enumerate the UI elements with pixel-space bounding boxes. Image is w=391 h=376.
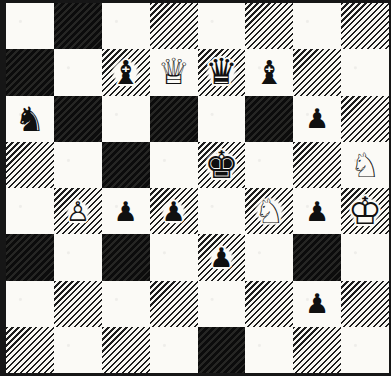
square-d2[interactable] — [150, 281, 198, 327]
square-f6[interactable] — [245, 96, 293, 142]
square-h2[interactable] — [341, 281, 389, 327]
square-e3[interactable]: ♟ — [198, 234, 246, 280]
square-g3[interactable] — [293, 234, 341, 280]
black-pawn-piece: ♟ — [305, 290, 329, 317]
square-e6[interactable] — [198, 96, 246, 142]
square-f8[interactable] — [245, 3, 293, 49]
square-f4[interactable]: ♘ — [245, 188, 293, 234]
square-e2[interactable] — [198, 281, 246, 327]
square-c1[interactable] — [102, 327, 150, 373]
black-knight-piece: ♞ — [15, 102, 45, 136]
black-pawn-piece: ♟ — [205, 243, 237, 272]
square-f5[interactable] — [245, 142, 293, 188]
black-pawn-piece: ♟ — [157, 197, 189, 226]
square-h4[interactable]: ♔ — [341, 188, 389, 234]
square-e1[interactable] — [198, 327, 246, 373]
square-d5[interactable] — [150, 142, 198, 188]
white-queen-piece: ♕ — [157, 54, 189, 90]
square-h5[interactable]: ♘ — [341, 142, 389, 188]
square-a2[interactable] — [6, 281, 54, 327]
square-a4[interactable] — [6, 188, 54, 234]
white-knight-piece: ♘ — [250, 193, 288, 229]
square-c3[interactable] — [102, 234, 150, 280]
square-e7[interactable]: ♛ — [198, 49, 246, 95]
black-queen-piece: ♛ — [201, 53, 241, 91]
square-a7[interactable] — [6, 49, 54, 95]
square-b7[interactable] — [54, 49, 102, 95]
white-pawn-piece: ♙ — [62, 197, 94, 226]
square-e5[interactable]: ♚ — [198, 142, 246, 188]
black-bishop-piece: ♝ — [255, 56, 285, 89]
square-e8[interactable] — [198, 3, 246, 49]
square-d4[interactable]: ♟ — [150, 188, 198, 234]
square-a5[interactable] — [6, 142, 54, 188]
square-f7[interactable]: ♝ — [245, 49, 293, 95]
square-f3[interactable] — [245, 234, 293, 280]
square-c2[interactable] — [102, 281, 150, 327]
square-g6[interactable]: ♟ — [293, 96, 341, 142]
square-g8[interactable] — [293, 3, 341, 49]
square-h6[interactable] — [341, 96, 389, 142]
square-g7[interactable] — [293, 49, 341, 95]
square-b3[interactable] — [54, 234, 102, 280]
square-c4[interactable]: ♟ — [102, 188, 150, 234]
square-g4[interactable]: ♟ — [293, 188, 341, 234]
square-c7[interactable]: ♝ — [102, 49, 150, 95]
chess-board: ♝♕♛♝♞♟♚♘♙♟♟♘♟♔♟♟ — [6, 3, 389, 373]
square-h8[interactable] — [341, 3, 389, 49]
page: ♝♕♛♝♞♟♚♘♙♟♟♘♟♔♟♟ — [0, 0, 391, 376]
square-g1[interactable] — [293, 327, 341, 373]
square-b4[interactable]: ♙ — [54, 188, 102, 234]
square-f1[interactable] — [245, 327, 293, 373]
chess-board-frame: ♝♕♛♝♞♟♚♘♙♟♟♘♟♔♟♟ — [0, 0, 391, 376]
square-d1[interactable] — [150, 327, 198, 373]
black-pawn-piece: ♟ — [305, 105, 329, 132]
square-d3[interactable] — [150, 234, 198, 280]
square-a3[interactable] — [6, 234, 54, 280]
white-knight-piece: ♘ — [350, 148, 380, 182]
square-b8[interactable] — [54, 3, 102, 49]
square-c6[interactable] — [102, 96, 150, 142]
square-d6[interactable] — [150, 96, 198, 142]
square-e4[interactable] — [198, 188, 246, 234]
square-d8[interactable] — [150, 3, 198, 49]
black-pawn-piece: ♟ — [305, 198, 329, 225]
square-c5[interactable] — [102, 142, 150, 188]
square-h1[interactable] — [341, 327, 389, 373]
square-h7[interactable] — [341, 49, 389, 95]
square-a6[interactable]: ♞ — [6, 96, 54, 142]
square-a1[interactable] — [6, 327, 54, 373]
square-c8[interactable] — [102, 3, 150, 49]
square-d7[interactable]: ♕ — [150, 49, 198, 95]
square-b2[interactable] — [54, 281, 102, 327]
square-g2[interactable]: ♟ — [293, 281, 341, 327]
square-f2[interactable] — [245, 281, 293, 327]
square-b5[interactable] — [54, 142, 102, 188]
square-b1[interactable] — [54, 327, 102, 373]
white-king-piece: ♔ — [344, 191, 386, 231]
black-pawn-piece: ♟ — [114, 198, 138, 225]
square-h3[interactable] — [341, 234, 389, 280]
square-b6[interactable] — [54, 96, 102, 142]
square-g5[interactable] — [293, 142, 341, 188]
black-king-piece: ♚ — [200, 145, 242, 185]
black-bishop-piece: ♝ — [107, 55, 145, 90]
square-a8[interactable] — [6, 3, 54, 49]
